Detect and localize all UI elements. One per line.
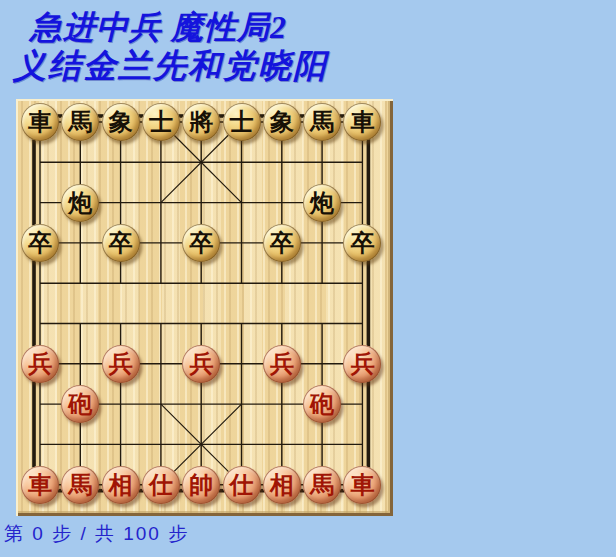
piece-black-soldier[interactable]: 卒 [21,224,59,262]
piece-black-chariot[interactable]: 車 [21,103,59,141]
piece-black-general[interactable]: 將 [182,103,220,141]
piece-black-advisor[interactable]: 士 [223,103,261,141]
piece-black-elephant[interactable]: 象 [102,103,140,141]
piece-black-advisor[interactable]: 士 [142,103,180,141]
piece-red-soldier[interactable]: 兵 [182,345,220,383]
piece-red-horse[interactable]: 馬 [61,466,99,504]
piece-black-horse[interactable]: 馬 [303,103,341,141]
piece-red-horse[interactable]: 馬 [303,466,341,504]
board-grid [16,99,393,516]
piece-red-elephant[interactable]: 相 [102,466,140,504]
piece-red-soldier[interactable]: 兵 [263,345,301,383]
piece-black-soldier[interactable]: 卒 [182,224,220,262]
piece-red-cannon[interactable]: 砲 [303,385,341,423]
piece-red-chariot[interactable]: 車 [343,466,381,504]
xiangqi-board[interactable]: 車馬象士將士象馬車炮炮卒卒卒卒卒兵兵兵兵兵砲砲車馬相仕帥仕相馬車 [16,99,393,516]
title-line-2: 义结金兰先和党晓阳 [13,44,328,89]
piece-black-cannon[interactable]: 炮 [303,184,341,222]
piece-red-soldier[interactable]: 兵 [343,345,381,383]
piece-black-soldier[interactable]: 卒 [102,224,140,262]
piece-black-elephant[interactable]: 象 [263,103,301,141]
piece-red-chariot[interactable]: 車 [21,466,59,504]
piece-red-soldier[interactable]: 兵 [21,345,59,383]
piece-red-elephant[interactable]: 相 [263,466,301,504]
piece-red-advisor[interactable]: 仕 [142,466,180,504]
piece-red-advisor[interactable]: 仕 [223,466,261,504]
move-counter: 第 0 步 / 共 100 步 [4,521,189,547]
piece-black-cannon[interactable]: 炮 [61,184,99,222]
piece-red-general[interactable]: 帥 [182,466,220,504]
piece-red-soldier[interactable]: 兵 [102,345,140,383]
piece-black-soldier[interactable]: 卒 [263,224,301,262]
